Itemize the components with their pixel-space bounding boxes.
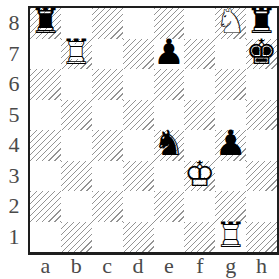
square-a5[interactable] bbox=[30, 100, 61, 131]
square-d8[interactable] bbox=[123, 8, 154, 39]
square-g8[interactable]: ♞♘ bbox=[215, 8, 246, 39]
square-a3[interactable] bbox=[30, 161, 61, 192]
rank-label-6: 6 bbox=[0, 69, 28, 100]
chess-board: ♜♞♘♜♜♖♟♚♞♟♚♔♜♖ bbox=[28, 6, 279, 255]
square-c4[interactable] bbox=[92, 130, 123, 161]
square-g3[interactable] bbox=[215, 161, 246, 192]
square-e2[interactable] bbox=[154, 191, 185, 222]
piece-white-king-f3[interactable]: ♚♔ bbox=[184, 161, 215, 192]
rank-label-2: 2 bbox=[0, 191, 28, 222]
square-d6[interactable] bbox=[123, 69, 154, 100]
square-e6[interactable] bbox=[154, 69, 185, 100]
square-h6[interactable] bbox=[246, 69, 277, 100]
square-f3[interactable]: ♚♔ bbox=[184, 161, 215, 192]
square-a8[interactable]: ♜ bbox=[30, 8, 61, 39]
white-knight-outline: ♘ bbox=[215, 4, 246, 39]
square-g4[interactable]: ♟ bbox=[215, 130, 246, 161]
piece-white-rook-b7[interactable]: ♜♖ bbox=[61, 39, 92, 70]
file-label-h: h bbox=[246, 253, 277, 279]
rank-label-7: 7 bbox=[0, 39, 28, 70]
square-a7[interactable] bbox=[30, 39, 61, 70]
square-d4[interactable] bbox=[123, 130, 154, 161]
square-c5[interactable] bbox=[92, 100, 123, 131]
square-d5[interactable] bbox=[123, 100, 154, 131]
white-rook-outline: ♖ bbox=[215, 218, 246, 253]
square-g1[interactable]: ♜♖ bbox=[215, 222, 246, 253]
square-f6[interactable] bbox=[184, 69, 215, 100]
chess-diagram: 87654321 ♜♞♘♜♜♖♟♚♞♟♚♔♜♖ abcdefgh bbox=[0, 0, 279, 279]
square-a1[interactable] bbox=[30, 222, 61, 253]
file-label-g: g bbox=[215, 253, 246, 279]
rank-label-3: 3 bbox=[0, 161, 28, 192]
rank-label-8: 8 bbox=[0, 8, 28, 39]
piece-black-king-h7[interactable]: ♚ bbox=[246, 39, 277, 70]
square-h3[interactable] bbox=[246, 161, 277, 192]
square-h7[interactable]: ♚ bbox=[246, 39, 277, 70]
square-h5[interactable] bbox=[246, 100, 277, 131]
square-e4[interactable]: ♞ bbox=[154, 130, 185, 161]
square-g6[interactable] bbox=[215, 69, 246, 100]
square-e3[interactable] bbox=[154, 161, 185, 192]
square-d1[interactable] bbox=[123, 222, 154, 253]
piece-white-knight-g8[interactable]: ♞♘ bbox=[215, 8, 246, 39]
square-d2[interactable] bbox=[123, 191, 154, 222]
square-c3[interactable] bbox=[92, 161, 123, 192]
square-c2[interactable] bbox=[92, 191, 123, 222]
square-c8[interactable] bbox=[92, 8, 123, 39]
file-label-d: d bbox=[123, 253, 154, 279]
square-b4[interactable] bbox=[61, 130, 92, 161]
white-king-outline: ♔ bbox=[184, 157, 215, 192]
file-label-a: a bbox=[30, 253, 61, 279]
white-rook-outline: ♖ bbox=[61, 35, 92, 70]
square-b7[interactable]: ♜♖ bbox=[61, 39, 92, 70]
piece-black-knight-e4[interactable]: ♞ bbox=[154, 130, 185, 161]
square-a6[interactable] bbox=[30, 69, 61, 100]
piece-black-pawn-g4[interactable]: ♟ bbox=[215, 130, 246, 161]
square-h1[interactable] bbox=[246, 222, 277, 253]
square-d7[interactable] bbox=[123, 39, 154, 70]
square-e7[interactable]: ♟ bbox=[154, 39, 185, 70]
square-c1[interactable] bbox=[92, 222, 123, 253]
square-c7[interactable] bbox=[92, 39, 123, 70]
rank-labels: 87654321 bbox=[0, 8, 28, 252]
file-label-f: f bbox=[184, 253, 215, 279]
square-b3[interactable] bbox=[61, 161, 92, 192]
square-f7[interactable] bbox=[184, 39, 215, 70]
square-b5[interactable] bbox=[61, 100, 92, 131]
black-rook-glyph: ♜ bbox=[30, 4, 61, 39]
piece-white-rook-g1[interactable]: ♜♖ bbox=[215, 222, 246, 253]
square-f2[interactable] bbox=[184, 191, 215, 222]
file-label-b: b bbox=[61, 253, 92, 279]
square-f5[interactable] bbox=[184, 100, 215, 131]
square-a2[interactable] bbox=[30, 191, 61, 222]
square-b2[interactable] bbox=[61, 191, 92, 222]
file-labels: abcdefgh bbox=[30, 253, 277, 279]
rank-label-5: 5 bbox=[0, 100, 28, 131]
black-pawn-glyph: ♟ bbox=[153, 35, 184, 70]
piece-black-pawn-e7[interactable]: ♟ bbox=[154, 39, 185, 70]
black-knight-glyph: ♞ bbox=[153, 126, 184, 161]
black-pawn-glyph: ♟ bbox=[215, 126, 246, 161]
file-label-e: e bbox=[154, 253, 185, 279]
square-f1[interactable] bbox=[184, 222, 215, 253]
square-b1[interactable] bbox=[61, 222, 92, 253]
rank-label-1: 1 bbox=[0, 222, 28, 253]
square-c6[interactable] bbox=[92, 69, 123, 100]
square-g7[interactable] bbox=[215, 39, 246, 70]
square-a4[interactable] bbox=[30, 130, 61, 161]
square-f8[interactable] bbox=[184, 8, 215, 39]
square-h2[interactable] bbox=[246, 191, 277, 222]
piece-black-rook-a8[interactable]: ♜ bbox=[30, 8, 61, 39]
square-e1[interactable] bbox=[154, 222, 185, 253]
square-h4[interactable] bbox=[246, 130, 277, 161]
black-king-glyph: ♚ bbox=[246, 35, 277, 70]
square-d3[interactable] bbox=[123, 161, 154, 192]
square-b6[interactable] bbox=[61, 69, 92, 100]
rank-label-4: 4 bbox=[0, 130, 28, 161]
file-label-c: c bbox=[92, 253, 123, 279]
